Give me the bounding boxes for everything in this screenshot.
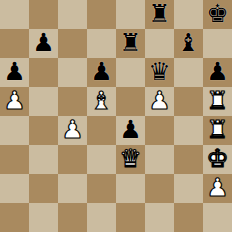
white-pawn: ♟ bbox=[3, 87, 25, 115]
square-d7[interactable] bbox=[87, 29, 116, 58]
square-b5[interactable] bbox=[29, 87, 58, 116]
square-d5[interactable]: ♝ bbox=[87, 87, 116, 116]
square-h2[interactable]: ♟ bbox=[203, 174, 232, 203]
square-e2[interactable] bbox=[116, 174, 145, 203]
square-h1[interactable] bbox=[203, 203, 232, 232]
square-g8[interactable] bbox=[174, 0, 203, 29]
black-queen: ♛ bbox=[148, 58, 170, 86]
square-f8[interactable]: ♜ bbox=[145, 0, 174, 29]
square-e5[interactable] bbox=[116, 87, 145, 116]
square-a5[interactable]: ♟ bbox=[0, 87, 29, 116]
square-g1[interactable] bbox=[174, 203, 203, 232]
square-f5[interactable]: ♟ bbox=[145, 87, 174, 116]
square-e1[interactable] bbox=[116, 203, 145, 232]
square-a3[interactable] bbox=[0, 145, 29, 174]
black-pawn: ♟ bbox=[206, 58, 228, 86]
square-c1[interactable] bbox=[58, 203, 87, 232]
square-g3[interactable] bbox=[174, 145, 203, 174]
square-b4[interactable] bbox=[29, 116, 58, 145]
black-rook: ♜ bbox=[148, 0, 170, 28]
white-rook: ♜ bbox=[206, 116, 228, 144]
square-a4[interactable] bbox=[0, 116, 29, 145]
square-h7[interactable] bbox=[203, 29, 232, 58]
black-pawn: ♟ bbox=[32, 29, 54, 57]
square-a1[interactable] bbox=[0, 203, 29, 232]
square-e6[interactable] bbox=[116, 58, 145, 87]
square-f2[interactable] bbox=[145, 174, 174, 203]
square-e7[interactable]: ♜ bbox=[116, 29, 145, 58]
square-b8[interactable] bbox=[29, 0, 58, 29]
square-h5[interactable]: ♜ bbox=[203, 87, 232, 116]
square-f1[interactable] bbox=[145, 203, 174, 232]
square-b1[interactable] bbox=[29, 203, 58, 232]
chess-board: ♜♚♟♜♝♟♟♛♟♟♝♟♜♟♟♜♛♚♟ bbox=[0, 0, 232, 232]
square-a8[interactable] bbox=[0, 0, 29, 29]
square-h4[interactable]: ♜ bbox=[203, 116, 232, 145]
square-b2[interactable] bbox=[29, 174, 58, 203]
square-f4[interactable] bbox=[145, 116, 174, 145]
square-h8[interactable]: ♚ bbox=[203, 0, 232, 29]
black-king: ♚ bbox=[206, 0, 228, 28]
square-b3[interactable] bbox=[29, 145, 58, 174]
white-queen: ♛ bbox=[119, 145, 141, 173]
white-rook: ♜ bbox=[206, 87, 228, 115]
square-d4[interactable] bbox=[87, 116, 116, 145]
white-bishop: ♝ bbox=[90, 87, 112, 115]
square-f6[interactable]: ♛ bbox=[145, 58, 174, 87]
square-h3[interactable]: ♚ bbox=[203, 145, 232, 174]
square-f7[interactable] bbox=[145, 29, 174, 58]
square-a6[interactable]: ♟ bbox=[0, 58, 29, 87]
square-f3[interactable] bbox=[145, 145, 174, 174]
square-c8[interactable] bbox=[58, 0, 87, 29]
square-d1[interactable] bbox=[87, 203, 116, 232]
square-c3[interactable] bbox=[58, 145, 87, 174]
square-g5[interactable] bbox=[174, 87, 203, 116]
white-pawn: ♟ bbox=[148, 87, 170, 115]
square-c6[interactable] bbox=[58, 58, 87, 87]
square-e8[interactable] bbox=[116, 0, 145, 29]
square-g6[interactable] bbox=[174, 58, 203, 87]
square-a2[interactable] bbox=[0, 174, 29, 203]
square-c4[interactable]: ♟ bbox=[58, 116, 87, 145]
black-pawn: ♟ bbox=[3, 58, 25, 86]
black-pawn: ♟ bbox=[90, 58, 112, 86]
square-b7[interactable]: ♟ bbox=[29, 29, 58, 58]
black-bishop: ♝ bbox=[177, 29, 199, 57]
square-h6[interactable]: ♟ bbox=[203, 58, 232, 87]
square-c2[interactable] bbox=[58, 174, 87, 203]
square-d8[interactable] bbox=[87, 0, 116, 29]
square-a7[interactable] bbox=[0, 29, 29, 58]
black-rook: ♜ bbox=[119, 29, 141, 57]
white-king: ♚ bbox=[206, 145, 228, 173]
chess-board-container: ♜♚♟♜♝♟♟♛♟♟♝♟♜♟♟♜♛♚♟ bbox=[0, 0, 232, 232]
square-e3[interactable]: ♛ bbox=[116, 145, 145, 174]
square-g2[interactable] bbox=[174, 174, 203, 203]
square-e4[interactable]: ♟ bbox=[116, 116, 145, 145]
white-pawn: ♟ bbox=[206, 174, 228, 202]
square-g7[interactable]: ♝ bbox=[174, 29, 203, 58]
square-g4[interactable] bbox=[174, 116, 203, 145]
white-pawn: ♟ bbox=[61, 116, 83, 144]
black-pawn: ♟ bbox=[119, 116, 141, 144]
square-b6[interactable] bbox=[29, 58, 58, 87]
square-d3[interactable] bbox=[87, 145, 116, 174]
square-d2[interactable] bbox=[87, 174, 116, 203]
square-d6[interactable]: ♟ bbox=[87, 58, 116, 87]
square-c5[interactable] bbox=[58, 87, 87, 116]
square-c7[interactable] bbox=[58, 29, 87, 58]
